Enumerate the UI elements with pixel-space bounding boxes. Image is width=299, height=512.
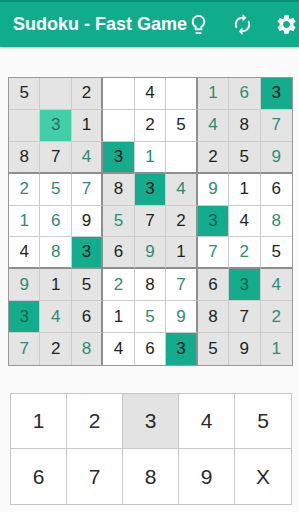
cell-r1c7[interactable]: 1	[198, 78, 229, 110]
cell-r4c9[interactable]: 6	[261, 174, 292, 206]
cell-r5c1[interactable]: 1	[9, 206, 40, 238]
cell-r8c1[interactable]: 3	[9, 301, 40, 333]
cell-r7c3[interactable]: 5	[72, 269, 103, 301]
cell-r7c9[interactable]: 4	[261, 269, 292, 301]
hint-lightbulb-icon[interactable]	[187, 13, 210, 36]
cell-r4c7[interactable]: 9	[198, 174, 229, 206]
cell-r7c5[interactable]: 8	[135, 269, 166, 301]
cell-r1c2[interactable]	[40, 78, 71, 110]
cell-r1c9[interactable]: 3	[261, 78, 292, 110]
sudoku-board: 5241633125487874312592578349161695723484…	[8, 77, 293, 366]
cell-r4c3[interactable]: 7	[72, 174, 103, 206]
cell-r2c1[interactable]	[9, 110, 40, 142]
cell-r8c6[interactable]: 9	[166, 301, 197, 333]
pad-button-X[interactable]: X	[235, 449, 291, 504]
pad-button-2[interactable]: 2	[67, 394, 123, 449]
cell-r2c9[interactable]: 7	[261, 110, 292, 142]
cell-r6c4[interactable]: 6	[103, 237, 134, 269]
cell-r4c2[interactable]: 5	[40, 174, 71, 206]
app-screen: Sudoku - Fast Game 524163312548787431259…	[0, 0, 299, 512]
cell-r3c1[interactable]: 8	[9, 142, 40, 174]
cell-r5c9[interactable]: 8	[261, 206, 292, 238]
cell-r8c9[interactable]: 2	[261, 301, 292, 333]
cell-r3c3[interactable]: 4	[72, 142, 103, 174]
cell-r9c1[interactable]: 7	[9, 333, 40, 365]
number-pad: 123456789X	[10, 393, 292, 505]
cell-r9c7[interactable]: 5	[198, 333, 229, 365]
cell-r5c2[interactable]: 6	[40, 206, 71, 238]
cell-r4c6[interactable]: 4	[166, 174, 197, 206]
cell-r2c2[interactable]: 3	[40, 110, 71, 142]
cell-r9c8[interactable]: 9	[229, 333, 260, 365]
cell-r5c5[interactable]: 7	[135, 206, 166, 238]
cell-r4c5[interactable]: 3	[135, 174, 166, 206]
cell-r1c3[interactable]: 2	[72, 78, 103, 110]
cell-r9c9[interactable]: 1	[261, 333, 292, 365]
cell-r7c2[interactable]: 1	[40, 269, 71, 301]
app-bar: Sudoku - Fast Game	[0, 2, 299, 47]
cell-r7c4[interactable]: 2	[103, 269, 134, 301]
cell-r2c3[interactable]: 1	[72, 110, 103, 142]
cell-r6c3[interactable]: 3	[72, 237, 103, 269]
cell-r9c6[interactable]: 3	[166, 333, 197, 365]
cell-r9c3[interactable]: 8	[72, 333, 103, 365]
cell-r1c8[interactable]: 6	[229, 78, 260, 110]
app-title: Sudoku - Fast Game	[13, 14, 187, 35]
cell-r3c2[interactable]: 7	[40, 142, 71, 174]
cell-r8c3[interactable]: 6	[72, 301, 103, 333]
cell-r9c4[interactable]: 4	[103, 333, 134, 365]
cell-r5c8[interactable]: 4	[229, 206, 260, 238]
pad-button-6[interactable]: 6	[11, 449, 67, 504]
cell-r8c7[interactable]: 8	[198, 301, 229, 333]
pad-button-1[interactable]: 1	[11, 394, 67, 449]
cell-r6c5[interactable]: 9	[135, 237, 166, 269]
cell-r2c4[interactable]	[103, 110, 134, 142]
cell-r8c8[interactable]: 7	[229, 301, 260, 333]
cell-r5c3[interactable]: 9	[72, 206, 103, 238]
cell-r6c9[interactable]: 5	[261, 237, 292, 269]
cell-r6c7[interactable]: 7	[198, 237, 229, 269]
cell-r6c6[interactable]: 1	[166, 237, 197, 269]
cell-r5c6[interactable]: 2	[166, 206, 197, 238]
cell-r7c8[interactable]: 3	[229, 269, 260, 301]
cell-r7c7[interactable]: 6	[198, 269, 229, 301]
cell-r6c1[interactable]: 4	[9, 237, 40, 269]
cell-r2c7[interactable]: 4	[198, 110, 229, 142]
cell-r4c8[interactable]: 1	[229, 174, 260, 206]
settings-gear-icon[interactable]	[275, 13, 298, 36]
cell-r9c5[interactable]: 6	[135, 333, 166, 365]
pad-button-4[interactable]: 4	[179, 394, 235, 449]
cell-r8c2[interactable]: 4	[40, 301, 71, 333]
cell-r6c8[interactable]: 2	[229, 237, 260, 269]
cell-r8c4[interactable]: 1	[103, 301, 134, 333]
cell-r2c8[interactable]: 8	[229, 110, 260, 142]
cell-r9c2[interactable]: 2	[40, 333, 71, 365]
cell-r2c5[interactable]: 2	[135, 110, 166, 142]
cell-r3c7[interactable]: 2	[198, 142, 229, 174]
cell-r5c4[interactable]: 5	[103, 206, 134, 238]
cell-r7c1[interactable]: 9	[9, 269, 40, 301]
pad-button-5[interactable]: 5	[235, 394, 291, 449]
cell-r3c6[interactable]	[166, 142, 197, 174]
app-bar-actions	[187, 13, 298, 36]
cell-r3c8[interactable]: 5	[229, 142, 260, 174]
pad-button-8[interactable]: 8	[123, 449, 179, 504]
pad-button-9[interactable]: 9	[179, 449, 235, 504]
cell-r7c6[interactable]: 7	[166, 269, 197, 301]
pad-button-7[interactable]: 7	[67, 449, 123, 504]
restart-refresh-icon[interactable]	[231, 13, 254, 36]
cell-r2c6[interactable]: 5	[166, 110, 197, 142]
cell-r5c7[interactable]: 3	[198, 206, 229, 238]
cell-r4c4[interactable]: 8	[103, 174, 134, 206]
cell-r8c5[interactable]: 5	[135, 301, 166, 333]
cell-r1c5[interactable]: 4	[135, 78, 166, 110]
pad-button-3[interactable]: 3	[123, 394, 179, 449]
cell-r6c2[interactable]: 8	[40, 237, 71, 269]
cell-r1c1[interactable]: 5	[9, 78, 40, 110]
cell-r4c1[interactable]: 2	[9, 174, 40, 206]
cell-r3c5[interactable]: 1	[135, 142, 166, 174]
cell-r3c4[interactable]: 3	[103, 142, 134, 174]
cell-r1c6[interactable]	[166, 78, 197, 110]
cell-r1c4[interactable]	[103, 78, 134, 110]
cell-r3c9[interactable]: 9	[261, 142, 292, 174]
